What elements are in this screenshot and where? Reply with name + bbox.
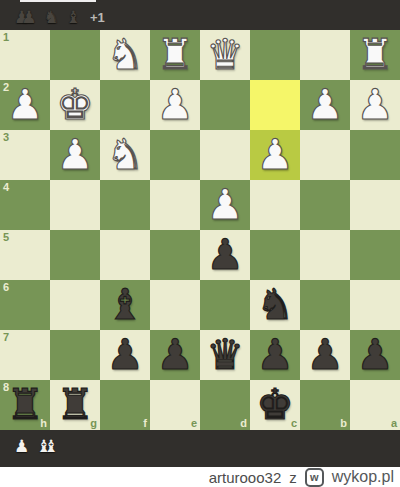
square-b6[interactable] xyxy=(300,280,350,330)
square-g8[interactable]: ♜g xyxy=(50,380,100,430)
wykop-logo-icon: w xyxy=(305,468,324,487)
top-edge-artifact xyxy=(20,0,96,2)
square-d1[interactable]: ♛ xyxy=(200,30,250,80)
captured-group-black-pawn: ♟♟ xyxy=(14,9,37,26)
square-f2[interactable] xyxy=(100,80,150,130)
square-g3[interactable]: ♟ xyxy=(50,130,100,180)
black-pawn[interactable]: ♟ xyxy=(206,230,244,280)
black-king[interactable]: ♚ xyxy=(256,380,294,430)
black-pawn[interactable]: ♟ xyxy=(106,330,144,380)
square-b8[interactable]: b xyxy=(300,380,350,430)
square-h7[interactable]: 7 xyxy=(0,330,50,380)
square-e7[interactable]: ♟ xyxy=(150,330,200,380)
square-h5[interactable]: 5 xyxy=(0,230,50,280)
square-c7[interactable]: ♟ xyxy=(250,330,300,380)
white-rook[interactable]: ♜ xyxy=(156,30,194,80)
white-queen[interactable]: ♛ xyxy=(206,30,244,80)
rank-label-1: 1 xyxy=(3,31,9,43)
file-label-a: a xyxy=(391,417,397,429)
rank-label-5: 5 xyxy=(3,231,9,243)
square-b2[interactable]: ♟ xyxy=(300,80,350,130)
white-rook[interactable]: ♜ xyxy=(356,30,394,80)
square-g1[interactable] xyxy=(50,30,100,80)
square-c2[interactable] xyxy=(250,80,300,130)
white-pawn[interactable]: ♟ xyxy=(256,130,294,180)
black-knight[interactable]: ♞ xyxy=(256,280,294,330)
square-e3[interactable] xyxy=(150,130,200,180)
square-c3[interactable]: ♟ xyxy=(250,130,300,180)
square-a6[interactable] xyxy=(350,280,400,330)
black-rook[interactable]: ♜ xyxy=(56,380,94,430)
square-h4[interactable]: 4 xyxy=(0,180,50,230)
square-b4[interactable] xyxy=(300,180,350,230)
captured-group-white-pawn: ♟ xyxy=(14,438,29,455)
square-a4[interactable] xyxy=(350,180,400,230)
square-b5[interactable] xyxy=(300,230,350,280)
black-queen[interactable]: ♛ xyxy=(206,330,244,380)
square-e6[interactable] xyxy=(150,280,200,330)
square-c1[interactable] xyxy=(250,30,300,80)
square-a7[interactable]: ♟ xyxy=(350,330,400,380)
top-player-captured-tray: ♟♟♞♝+1 xyxy=(0,0,400,30)
square-f7[interactable]: ♟ xyxy=(100,330,150,380)
square-g4[interactable] xyxy=(50,180,100,230)
square-e8[interactable]: e xyxy=(150,380,200,430)
watermark-footer: arturooo32 z w wykop.pl xyxy=(0,467,400,487)
rank-label-4: 4 xyxy=(3,181,9,193)
white-pawn[interactable]: ♟ xyxy=(156,80,194,130)
white-knight[interactable]: ♞ xyxy=(106,130,144,180)
black-pawn[interactable]: ♟ xyxy=(256,330,294,380)
square-g6[interactable] xyxy=(50,280,100,330)
white-pawn[interactable]: ♟ xyxy=(356,80,394,130)
square-d8[interactable]: d xyxy=(200,380,250,430)
square-f5[interactable] xyxy=(100,230,150,280)
rank-label-6: 6 xyxy=(3,281,9,293)
white-bishop-icon: ♝ xyxy=(44,438,59,455)
white-pawn-icon: ♟ xyxy=(14,438,29,455)
black-pawn-icon: ♟ xyxy=(21,9,36,26)
captured-group-black-knight: ♞ xyxy=(44,9,59,26)
file-label-g: g xyxy=(90,417,97,429)
square-d4[interactable]: ♟ xyxy=(200,180,250,230)
square-d5[interactable]: ♟ xyxy=(200,230,250,280)
black-bishop[interactable]: ♝ xyxy=(106,280,144,330)
square-b1[interactable] xyxy=(300,30,350,80)
square-e2[interactable]: ♟ xyxy=(150,80,200,130)
square-f6[interactable]: ♝ xyxy=(100,280,150,330)
square-b7[interactable]: ♟ xyxy=(300,330,350,380)
square-c8[interactable]: ♚c xyxy=(250,380,300,430)
chess-board: 1♞♜♛♜♟2♚♟♟♟3♟♞♟4♟5♟6♝♞7♟♟♛♟♟♟♜8h♜gfed♚cb… xyxy=(0,30,400,430)
file-label-b: b xyxy=(340,417,347,429)
captured-group-white-bishop: ♝♝ xyxy=(36,438,59,455)
white-pawn[interactable]: ♟ xyxy=(56,130,94,180)
square-h8[interactable]: ♜8h xyxy=(0,380,50,430)
square-a3[interactable] xyxy=(350,130,400,180)
site-label: wykop.pl xyxy=(332,468,394,486)
black-rook[interactable]: ♜ xyxy=(6,380,44,430)
bottom-player-captured-tray: ♟♝♝ xyxy=(0,430,400,467)
square-h2[interactable]: ♟2 xyxy=(0,80,50,130)
square-f8[interactable]: f xyxy=(100,380,150,430)
black-knight-icon: ♞ xyxy=(44,9,59,26)
rank-label-3: 3 xyxy=(3,131,9,143)
white-king[interactable]: ♚ xyxy=(56,80,94,130)
square-f1[interactable]: ♞ xyxy=(100,30,150,80)
square-f4[interactable] xyxy=(100,180,150,230)
black-pawn[interactable]: ♟ xyxy=(356,330,394,380)
black-pawn[interactable]: ♟ xyxy=(156,330,194,380)
square-c5[interactable] xyxy=(250,230,300,280)
square-c4[interactable] xyxy=(250,180,300,230)
square-e4[interactable] xyxy=(150,180,200,230)
file-label-d: d xyxy=(240,417,247,429)
white-pawn[interactable]: ♟ xyxy=(306,80,344,130)
captured-group-black-bishop: ♝ xyxy=(66,9,81,26)
square-d3[interactable] xyxy=(200,130,250,180)
rank-label-2: 2 xyxy=(3,81,9,93)
square-g2[interactable]: ♚ xyxy=(50,80,100,130)
file-label-c: c xyxy=(291,417,297,429)
rank-label-7: 7 xyxy=(3,331,9,343)
square-a2[interactable]: ♟ xyxy=(350,80,400,130)
square-c6[interactable]: ♞ xyxy=(250,280,300,330)
material-advantage: +1 xyxy=(90,10,105,25)
file-label-h: h xyxy=(40,417,47,429)
square-g7[interactable] xyxy=(50,330,100,380)
square-d7[interactable]: ♛ xyxy=(200,330,250,380)
file-label-f: f xyxy=(143,417,147,429)
square-d2[interactable] xyxy=(200,80,250,130)
square-a5[interactable] xyxy=(350,230,400,280)
file-label-e: e xyxy=(191,417,197,429)
square-f3[interactable]: ♞ xyxy=(100,130,150,180)
square-e5[interactable] xyxy=(150,230,200,280)
square-d6[interactable] xyxy=(200,280,250,330)
square-g5[interactable] xyxy=(50,230,100,280)
white-pawn[interactable]: ♟ xyxy=(206,180,244,230)
black-pawn[interactable]: ♟ xyxy=(306,330,344,380)
square-e1[interactable]: ♜ xyxy=(150,30,200,80)
username-label: arturooo32 xyxy=(209,469,282,486)
separator-label: z xyxy=(289,469,297,486)
square-a8[interactable]: a xyxy=(350,380,400,430)
black-bishop-icon: ♝ xyxy=(66,9,81,26)
square-h1[interactable]: 1 xyxy=(0,30,50,80)
square-h3[interactable]: 3 xyxy=(0,130,50,180)
square-b3[interactable] xyxy=(300,130,350,180)
white-pawn[interactable]: ♟ xyxy=(6,80,44,130)
square-a1[interactable]: ♜ xyxy=(350,30,400,80)
rank-label-8: 8 xyxy=(3,381,9,393)
square-h6[interactable]: 6 xyxy=(0,280,50,330)
white-knight[interactable]: ♞ xyxy=(106,30,144,80)
